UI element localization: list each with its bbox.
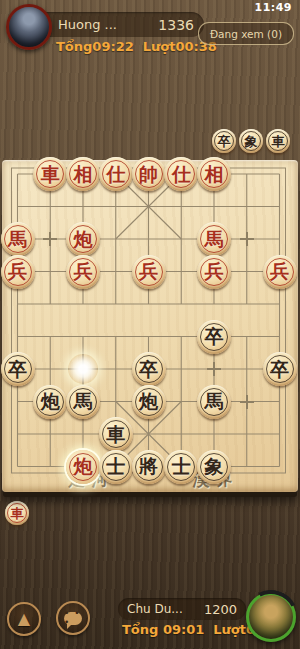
piece-glyph: 炮	[74, 230, 93, 249]
piece-glyph: 馬	[74, 392, 93, 411]
piece-glyph: 馬	[205, 392, 224, 411]
piece-red-炮[interactable]: 炮	[66, 222, 100, 256]
piece-glyph: 炮	[74, 457, 93, 476]
piece-glyph: 士	[172, 457, 191, 476]
chat-button[interactable]: • • •	[56, 601, 90, 635]
piece-glyph: 仕	[172, 165, 191, 184]
captured-piece-red-車: 車	[5, 501, 29, 525]
menu-arrow-icon: ▲	[18, 611, 30, 627]
piece-black-卒[interactable]: 卒	[197, 320, 231, 354]
piece-black-士[interactable]: 士	[164, 450, 198, 484]
piece-glyph: 兵	[205, 262, 224, 281]
piece-black-士[interactable]: 士	[99, 450, 133, 484]
piece-black-馬[interactable]: 馬	[197, 385, 231, 419]
bottom-player-name: Chu Du...	[127, 602, 183, 616]
piece-red-炮[interactable]: 炮	[66, 450, 100, 484]
piece-black-卒[interactable]: 卒	[263, 352, 297, 386]
captured-piece-black-象: 象	[239, 129, 263, 153]
piece-glyph: 象	[245, 135, 258, 148]
chat-bubble-icon: • • •	[64, 612, 82, 625]
piece-glyph: 相	[74, 165, 93, 184]
top-player-avatar[interactable]	[6, 4, 52, 50]
piece-red-兵[interactable]: 兵	[1, 255, 35, 289]
piece-glyph: 帥	[139, 165, 158, 184]
app-background: 11:49 Huong ... 1336 Tổng09:22 Lượt00:38…	[0, 0, 300, 649]
piece-black-將[interactable]: 將	[132, 450, 166, 484]
piece-glyph: 卒	[205, 327, 224, 346]
captured-piece-black-卒: 卒	[212, 129, 236, 153]
piece-glyph: 車	[41, 165, 60, 184]
spectators-label: Đang xem (0)	[210, 28, 282, 40]
piece-red-帥[interactable]: 帥	[132, 157, 166, 191]
piece-red-仕[interactable]: 仕	[164, 157, 198, 191]
point-marker	[43, 232, 57, 246]
piece-glyph: 仕	[106, 165, 125, 184]
top-player-panel: Huong ... 1336	[30, 12, 204, 37]
piece-glyph: 兵	[270, 262, 289, 281]
piece-glyph: 卒	[139, 360, 158, 379]
piece-glyph: 卒	[8, 360, 27, 379]
menu-button[interactable]: ▲	[7, 602, 41, 636]
piece-black-炮[interactable]: 炮	[33, 385, 67, 419]
xiangqi-board[interactable]: 楚河 漢界	[2, 160, 298, 492]
piece-glyph: 兵	[8, 262, 27, 281]
status-clock: 11:49	[254, 1, 292, 14]
top-player-timers: Tổng09:22 Lượt00:38	[56, 39, 217, 54]
point-marker	[240, 232, 254, 246]
spectators-button[interactable]: Đang xem (0)	[198, 22, 294, 45]
captured-piece-black-車: 車	[266, 129, 290, 153]
piece-glyph: 兵	[74, 262, 93, 281]
piece-red-仕[interactable]: 仕	[99, 157, 133, 191]
piece-red-兵[interactable]: 兵	[66, 255, 100, 289]
piece-glyph: 相	[205, 165, 224, 184]
top-total-time: Tổng09:22	[56, 39, 134, 54]
piece-red-馬[interactable]: 馬	[1, 222, 35, 256]
point-marker	[240, 395, 254, 409]
piece-glyph: 士	[106, 457, 125, 476]
piece-red-相[interactable]: 相	[66, 157, 100, 191]
piece-red-兵[interactable]: 兵	[197, 255, 231, 289]
piece-glyph: 車	[106, 425, 125, 444]
piece-black-卒[interactable]: 卒	[1, 352, 35, 386]
piece-black-車[interactable]: 車	[99, 417, 133, 451]
top-player-rating: 1336	[158, 17, 194, 33]
bottom-player-panel: Chu Du... 1200	[118, 598, 246, 620]
top-player-name: Huong ...	[58, 17, 117, 32]
piece-red-兵[interactable]: 兵	[263, 255, 297, 289]
piece-glyph: 炮	[41, 392, 60, 411]
piece-red-相[interactable]: 相	[197, 157, 231, 191]
point-marker	[207, 362, 221, 376]
piece-red-兵[interactable]: 兵	[132, 255, 166, 289]
piece-glyph: 車	[272, 135, 285, 148]
piece-glyph: 馬	[8, 230, 27, 249]
piece-glyph: 將	[139, 457, 158, 476]
piece-black-卒[interactable]: 卒	[132, 352, 166, 386]
piece-glyph: 兵	[139, 262, 158, 281]
captured-tray-top: 卒象車	[212, 129, 290, 153]
piece-glyph: 卒	[218, 135, 231, 148]
piece-black-馬[interactable]: 馬	[66, 385, 100, 419]
piece-red-車[interactable]: 車	[33, 157, 67, 191]
bottom-player-rating: 1200	[204, 602, 237, 617]
piece-glyph: 象	[205, 457, 224, 476]
piece-glyph: 炮	[139, 392, 158, 411]
piece-glyph: 卒	[270, 360, 289, 379]
captured-tray-bottom: 車	[5, 501, 29, 525]
piece-red-馬[interactable]: 馬	[197, 222, 231, 256]
board-grid	[2, 160, 298, 492]
piece-black-炮[interactable]: 炮	[132, 385, 166, 419]
piece-glyph: 車	[11, 507, 24, 520]
last-move-origin-marker	[68, 354, 98, 384]
bottom-total-time: Tổng 09:01	[122, 622, 204, 637]
bottom-avatar-timer-arc	[237, 583, 300, 649]
piece-glyph: 馬	[205, 230, 224, 249]
piece-black-象[interactable]: 象	[197, 450, 231, 484]
